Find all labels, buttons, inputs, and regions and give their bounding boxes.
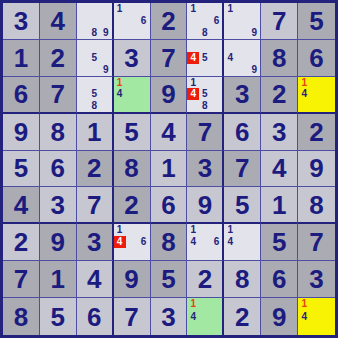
cell-value: 1: [51, 266, 65, 292]
cell-r3c4[interactable]: 14: [114, 77, 151, 114]
candidate-empty: [211, 77, 223, 89]
candidate-empty: [126, 3, 138, 15]
candidate-empty: [199, 310, 211, 322]
candidate-4: 4: [187, 236, 199, 248]
candidate-empty: [248, 3, 260, 15]
candidate-1: 1: [187, 298, 199, 310]
cell-r7c3[interactable]: 3: [77, 224, 114, 261]
candidate-1: 1: [187, 3, 199, 15]
candidate-empty: [323, 323, 335, 335]
cell-value: 4: [272, 155, 286, 181]
cell-value: 9: [309, 155, 323, 181]
candidate-6: 6: [211, 15, 223, 27]
candidate-empty: [88, 15, 100, 27]
candidate-9: 9: [248, 27, 260, 39]
cell-r2c2[interactable]: 2: [40, 40, 77, 77]
candidate-grid: 146: [114, 224, 150, 260]
cell-r5c8[interactable]: 4: [261, 151, 298, 188]
candidate-empty: [236, 248, 248, 260]
candidate-empty: [211, 64, 223, 76]
candidate-empty: [248, 15, 260, 27]
candidate-empty: [211, 298, 223, 310]
cell-r8c2[interactable]: 1: [40, 261, 77, 298]
cell-r9c5[interactable]: 3: [151, 298, 188, 335]
candidate-4: 4: [114, 88, 126, 100]
cell-r8c1[interactable]: 7: [3, 261, 40, 298]
cell-value: 9: [272, 304, 286, 330]
candidate-empty: [199, 40, 211, 52]
cell-r6c3[interactable]: 7: [77, 187, 114, 224]
candidate-1: 1: [224, 3, 236, 15]
cell-r3c1[interactable]: 6: [3, 77, 40, 114]
cell-value: 5: [14, 155, 28, 181]
candidate-grid: 146: [187, 224, 222, 260]
cell-r4c5[interactable]: 4: [151, 114, 188, 151]
candidate-empty: [138, 77, 150, 89]
cell-value: 2: [124, 192, 138, 218]
cell-r9c2[interactable]: 5: [40, 298, 77, 335]
cell-r6c6[interactable]: 9: [187, 187, 224, 224]
cell-r3c7[interactable]: 3: [224, 77, 261, 114]
candidate-empty: [211, 3, 223, 15]
cell-value: 8: [14, 304, 28, 330]
cell-r6c7[interactable]: 5: [224, 187, 261, 224]
cell-r3c8[interactable]: 2: [261, 77, 298, 114]
candidate-empty: [199, 64, 211, 76]
cell-value: 2: [14, 229, 28, 255]
cell-value: 8: [272, 45, 286, 71]
candidate-empty: [199, 224, 211, 236]
candidate-empty: [248, 224, 260, 236]
cell-value: 4: [51, 8, 65, 34]
cell-value: 3: [87, 229, 101, 255]
cell-value: 3: [235, 81, 249, 107]
candidate-grid: 168: [187, 3, 222, 39]
candidate-9: 9: [100, 64, 112, 76]
candidate-empty: [100, 40, 112, 52]
candidate-empty: [323, 310, 335, 322]
cell-r1c2[interactable]: 4: [40, 3, 77, 40]
candidate-grid: 14: [298, 298, 335, 335]
candidate-empty: [211, 248, 223, 260]
candidate-grid: 14: [224, 224, 260, 260]
cell-r6c2[interactable]: 3: [40, 187, 77, 224]
cell-r7c7[interactable]: 14: [224, 224, 261, 261]
cell-value: 5: [124, 119, 138, 145]
candidate-1: 1: [298, 298, 310, 310]
cell-value: 8: [161, 229, 175, 255]
candidate-empty: [224, 27, 236, 39]
candidate-empty: [248, 52, 260, 64]
cell-r9c1[interactable]: 8: [3, 298, 40, 335]
cell-value: 7: [309, 229, 323, 255]
candidate-empty: [236, 64, 248, 76]
candidate-5: 5: [88, 88, 100, 100]
candidate-8: 8: [88, 100, 100, 112]
candidate-empty: [126, 27, 138, 39]
candidate-grid: 89: [77, 3, 112, 39]
candidate-1: 1: [114, 77, 126, 89]
cell-value: 5: [235, 192, 249, 218]
candidate-empty: [187, 100, 199, 112]
candidate-empty: [310, 77, 322, 89]
cell-value: 9: [198, 192, 212, 218]
candidate-empty: [88, 3, 100, 15]
candidate-empty: [211, 27, 223, 39]
candidate-empty: [224, 248, 236, 260]
cell-value: 4: [161, 119, 175, 145]
cell-r8c3[interactable]: 4: [77, 261, 114, 298]
cell-value: 6: [272, 266, 286, 292]
candidate-4: 4: [298, 88, 310, 100]
candidate-empty: [248, 236, 260, 248]
candidate-empty: [114, 248, 126, 260]
cell-r1c8[interactable]: 7: [261, 3, 298, 40]
candidate-empty: [77, 3, 89, 15]
cell-value: 2: [272, 81, 286, 107]
cell-r9c7[interactable]: 2: [224, 298, 261, 335]
cell-value: 8: [51, 119, 65, 145]
candidate-empty: [126, 15, 138, 27]
candidate-grid: 14: [187, 298, 222, 335]
cell-value: 6: [14, 81, 28, 107]
candidate-4: 4: [224, 236, 236, 248]
cell-value: 7: [198, 119, 212, 145]
candidate-1: 1: [187, 224, 199, 236]
cell-r5c7[interactable]: 7: [224, 151, 261, 188]
candidate-empty: [138, 27, 150, 39]
cell-r4c3[interactable]: 1: [77, 114, 114, 151]
cell-value: 6: [51, 155, 65, 181]
cell-r7c5[interactable]: 8: [151, 224, 188, 261]
cell-value: 8: [309, 192, 323, 218]
cell-r1c5[interactable]: 2: [151, 3, 188, 40]
cell-r3c2[interactable]: 7: [40, 77, 77, 114]
cell-r6c8[interactable]: 1: [261, 187, 298, 224]
candidate-empty: [310, 100, 322, 112]
candidate-empty: [224, 15, 236, 27]
candidate-9: 9: [248, 64, 260, 76]
candidate-empty: [100, 100, 112, 112]
cell-r2c3[interactable]: 59: [77, 40, 114, 77]
candidate-empty: [199, 236, 211, 248]
candidate-empty: [199, 15, 211, 27]
cell-value: 4: [87, 266, 101, 292]
candidate-empty: [77, 27, 89, 39]
cell-r9c3[interactable]: 6: [77, 298, 114, 335]
cell-r9c4[interactable]: 7: [114, 298, 151, 335]
candidate-8: 8: [88, 27, 100, 39]
candidate-4: 4: [187, 310, 199, 322]
candidate-empty: [126, 88, 138, 100]
candidate-empty: [310, 88, 322, 100]
candidate-empty: [323, 298, 335, 310]
candidate-1: 1: [114, 224, 126, 236]
cell-r8c4[interactable]: 9: [114, 261, 151, 298]
cell-r8c5[interactable]: 5: [151, 261, 188, 298]
candidate-6: 6: [138, 15, 150, 27]
candidate-empty: [199, 323, 211, 335]
candidate-empty: [126, 224, 138, 236]
cell-r4c6[interactable]: 7: [187, 114, 224, 151]
cell-value: 5: [272, 229, 286, 255]
candidate-empty: [126, 100, 138, 112]
cell-value: 2: [87, 155, 101, 181]
cell-r2c9[interactable]: 6: [298, 40, 335, 77]
cell-value: 6: [309, 45, 323, 71]
cell-value: 6: [161, 192, 175, 218]
sudoku-board: 3489162168197512593745498667581491458321…: [0, 0, 338, 338]
candidate-empty: [323, 77, 335, 89]
cell-r7c1[interactable]: 2: [3, 224, 40, 261]
cell-value: 3: [51, 192, 65, 218]
cell-r8c8[interactable]: 6: [261, 261, 298, 298]
candidate-empty: [126, 248, 138, 260]
candidate-empty: [126, 236, 138, 248]
candidate-4: 4: [298, 310, 310, 322]
cell-value: 1: [14, 45, 28, 71]
candidate-grid: 16: [114, 3, 150, 39]
candidate-empty: [310, 323, 322, 335]
cell-value: 3: [309, 266, 323, 292]
candidate-empty: [310, 298, 322, 310]
candidate-1: 1: [114, 3, 126, 15]
candidate-empty: [77, 100, 89, 112]
cell-value: 1: [87, 119, 101, 145]
candidate-empty: [323, 100, 335, 112]
cell-r7c4[interactable]: 146: [114, 224, 151, 261]
candidate-empty: [100, 77, 112, 89]
candidate-8: 8: [199, 27, 211, 39]
cell-r3c6[interactable]: 1458: [187, 77, 224, 114]
cell-r3c3[interactable]: 58: [77, 77, 114, 114]
candidate-empty: [298, 100, 310, 112]
candidate-grid: 19: [224, 3, 260, 39]
candidate-empty: [138, 224, 150, 236]
candidate-empty: [211, 52, 223, 64]
cell-value: 7: [272, 8, 286, 34]
candidate-empty: [114, 100, 126, 112]
candidate-empty: [211, 310, 223, 322]
cell-value: 1: [272, 192, 286, 218]
cell-r2c7[interactable]: 49: [224, 40, 261, 77]
candidate-5: 5: [199, 52, 211, 64]
cell-r5c1[interactable]: 5: [3, 151, 40, 188]
cell-value: 1: [161, 155, 175, 181]
cell-r4c4[interactable]: 5: [114, 114, 151, 151]
cell-value: 3: [124, 45, 138, 71]
cell-value: 3: [14, 8, 28, 34]
cell-r5c3[interactable]: 2: [77, 151, 114, 188]
cell-r6c5[interactable]: 6: [151, 187, 188, 224]
cell-r6c1[interactable]: 4: [3, 187, 40, 224]
cell-r4c9[interactable]: 2: [298, 114, 335, 151]
candidate-5: 5: [88, 52, 100, 64]
cell-r7c8[interactable]: 5: [261, 224, 298, 261]
candidate-empty: [88, 64, 100, 76]
cell-r8c9[interactable]: 3: [298, 261, 335, 298]
candidate-empty: [211, 100, 223, 112]
candidate-empty: [248, 40, 260, 52]
cell-r5c4[interactable]: 8: [114, 151, 151, 188]
cell-r4c1[interactable]: 9: [3, 114, 40, 151]
cell-value: 7: [124, 304, 138, 330]
candidate-empty: [138, 248, 150, 260]
cell-value: 2: [161, 8, 175, 34]
cell-value: 7: [51, 81, 65, 107]
candidate-empty: [211, 88, 223, 100]
cell-r7c2[interactable]: 9: [40, 224, 77, 261]
candidate-empty: [224, 64, 236, 76]
cell-r4c7[interactable]: 6: [224, 114, 261, 151]
candidate-empty: [114, 27, 126, 39]
candidate-empty: [211, 224, 223, 236]
candidate-6: 6: [138, 236, 150, 248]
cell-r1c4[interactable]: 16: [114, 3, 151, 40]
cell-r2c4[interactable]: 3: [114, 40, 151, 77]
candidate-1: 1: [187, 77, 199, 89]
cell-r1c9[interactable]: 5: [298, 3, 335, 40]
candidate-empty: [88, 77, 100, 89]
cell-value: 7: [87, 192, 101, 218]
cell-value: 3: [198, 155, 212, 181]
cell-r6c4[interactable]: 2: [114, 187, 151, 224]
cell-r1c3[interactable]: 89: [77, 3, 114, 40]
candidate-grid: 58: [77, 77, 112, 112]
cell-value: 9: [124, 266, 138, 292]
candidate-empty: [100, 3, 112, 15]
candidate-4: 4: [114, 236, 126, 248]
cell-value: 5: [309, 8, 323, 34]
cell-r6c9[interactable]: 8: [298, 187, 335, 224]
cell-r9c6[interactable]: 14: [187, 298, 224, 335]
cell-value: 3: [272, 119, 286, 145]
cell-value: 6: [235, 119, 249, 145]
candidate-grid: 14: [114, 77, 150, 112]
cell-r7c9[interactable]: 7: [298, 224, 335, 261]
candidate-4: 4: [224, 52, 236, 64]
candidate-empty: [298, 323, 310, 335]
candidate-grid: 49: [224, 40, 260, 76]
cell-value: 9: [14, 119, 28, 145]
candidate-empty: [236, 40, 248, 52]
candidate-empty: [100, 88, 112, 100]
candidate-8: 8: [199, 100, 211, 112]
cell-value: 2: [51, 45, 65, 71]
candidate-empty: [236, 3, 248, 15]
candidate-4: 4: [187, 52, 199, 64]
candidate-empty: [236, 15, 248, 27]
candidate-empty: [199, 298, 211, 310]
cell-r8c6[interactable]: 2: [187, 261, 224, 298]
candidate-empty: [199, 248, 211, 260]
cell-value: 9: [51, 229, 65, 255]
candidate-empty: [310, 310, 322, 322]
candidate-empty: [236, 224, 248, 236]
candidate-empty: [100, 15, 112, 27]
candidate-empty: [88, 40, 100, 52]
cell-value: 6: [87, 304, 101, 330]
candidate-empty: [138, 3, 150, 15]
candidate-empty: [138, 88, 150, 100]
cell-r2c1[interactable]: 1: [3, 40, 40, 77]
candidate-empty: [126, 77, 138, 89]
cell-r5c5[interactable]: 1: [151, 151, 188, 188]
cell-value: 5: [51, 304, 65, 330]
cell-value: 2: [235, 304, 249, 330]
cell-r9c8[interactable]: 9: [261, 298, 298, 335]
cell-value: 8: [235, 266, 249, 292]
cell-r5c2[interactable]: 6: [40, 151, 77, 188]
cell-r1c6[interactable]: 168: [187, 3, 224, 40]
cell-r9c9[interactable]: 14: [298, 298, 335, 335]
candidate-empty: [138, 100, 150, 112]
cell-r7c6[interactable]: 146: [187, 224, 224, 261]
candidate-empty: [77, 40, 89, 52]
cell-value: 2: [198, 266, 212, 292]
cell-r3c9[interactable]: 14: [298, 77, 335, 114]
candidate-empty: [199, 77, 211, 89]
cell-r5c9[interactable]: 9: [298, 151, 335, 188]
candidate-4: 4: [187, 88, 199, 100]
candidate-empty: [77, 64, 89, 76]
candidate-empty: [187, 248, 199, 260]
cell-r4c2[interactable]: 8: [40, 114, 77, 151]
cell-r1c1[interactable]: 3: [3, 3, 40, 40]
candidate-empty: [187, 15, 199, 27]
cell-r2c5[interactable]: 7: [151, 40, 188, 77]
cell-value: 4: [14, 192, 28, 218]
candidate-9: 9: [100, 27, 112, 39]
cell-r2c8[interactable]: 8: [261, 40, 298, 77]
candidate-empty: [100, 52, 112, 64]
cell-value: 5: [161, 266, 175, 292]
cell-value: 7: [235, 155, 249, 181]
candidate-empty: [211, 323, 223, 335]
cell-value: 9: [161, 81, 175, 107]
cell-r3c5[interactable]: 9: [151, 77, 188, 114]
candidate-grid: 59: [77, 40, 112, 76]
candidate-empty: [77, 52, 89, 64]
candidate-empty: [77, 77, 89, 89]
cell-r4c8[interactable]: 3: [261, 114, 298, 151]
cell-value: 8: [124, 155, 138, 181]
candidate-grid: 45: [187, 40, 222, 76]
cell-r8c7[interactable]: 8: [224, 261, 261, 298]
cell-value: 2: [309, 119, 323, 145]
candidate-empty: [187, 27, 199, 39]
cell-r5c6[interactable]: 3: [187, 151, 224, 188]
candidate-empty: [77, 88, 89, 100]
candidate-5: 5: [199, 88, 211, 100]
candidate-empty: [211, 40, 223, 52]
candidate-empty: [187, 323, 199, 335]
candidate-empty: [236, 27, 248, 39]
cell-value: 3: [161, 304, 175, 330]
cell-r2c6[interactable]: 45: [187, 40, 224, 77]
candidate-empty: [323, 88, 335, 100]
cell-value: 7: [161, 45, 175, 71]
candidate-empty: [199, 3, 211, 15]
candidate-empty: [236, 52, 248, 64]
candidate-empty: [114, 15, 126, 27]
cell-r1c7[interactable]: 19: [224, 3, 261, 40]
candidate-1: 1: [298, 77, 310, 89]
candidate-empty: [224, 40, 236, 52]
candidate-6: 6: [211, 236, 223, 248]
candidate-empty: [236, 236, 248, 248]
candidate-1: 1: [224, 224, 236, 236]
